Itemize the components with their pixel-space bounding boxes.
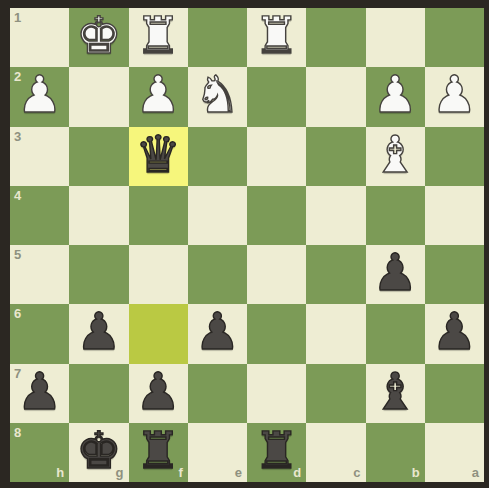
square-e8[interactable]: e — [188, 423, 247, 482]
square-f6[interactable] — [129, 304, 188, 363]
square-h2[interactable]: 2♟ — [10, 67, 69, 126]
square-b6[interactable] — [366, 304, 425, 363]
white-bishop[interactable]: ♝ — [372, 125, 418, 184]
square-b8[interactable]: b — [366, 423, 425, 482]
white-pawn[interactable]: ♟ — [135, 65, 181, 124]
square-a2[interactable]: ♟ — [425, 67, 484, 126]
square-f1[interactable]: ♜ — [129, 8, 188, 67]
square-h1[interactable]: 1 — [10, 8, 69, 67]
white-pawn[interactable]: ♟ — [372, 65, 418, 124]
square-a3[interactable] — [425, 127, 484, 186]
square-g6[interactable]: ♟ — [69, 304, 128, 363]
white-rook[interactable]: ♜ — [254, 6, 300, 65]
square-e4[interactable] — [188, 186, 247, 245]
chess-board: 1♚♜♜2♟♟♞♟♟3♛♝45♟6♟♟♟7♟♟♝8hg♚f♜ed♜cba — [10, 8, 484, 482]
square-e5[interactable] — [188, 245, 247, 304]
white-pawn[interactable]: ♟ — [17, 65, 63, 124]
square-b7[interactable]: ♝ — [366, 364, 425, 423]
square-f7[interactable]: ♟ — [129, 364, 188, 423]
square-g5[interactable] — [69, 245, 128, 304]
square-c1[interactable] — [306, 8, 365, 67]
square-f5[interactable] — [129, 245, 188, 304]
square-b3[interactable]: ♝ — [366, 127, 425, 186]
square-f4[interactable] — [129, 186, 188, 245]
file-label-h: h — [56, 465, 64, 480]
black-rook[interactable]: ♜ — [135, 421, 181, 480]
square-a7[interactable] — [425, 364, 484, 423]
file-label-e: e — [235, 465, 242, 480]
square-d7[interactable] — [247, 364, 306, 423]
square-a5[interactable] — [425, 245, 484, 304]
square-h6[interactable]: 6 — [10, 304, 69, 363]
square-d8[interactable]: d♜ — [247, 423, 306, 482]
square-d2[interactable] — [247, 67, 306, 126]
square-g7[interactable] — [69, 364, 128, 423]
white-king[interactable]: ♚ — [76, 6, 122, 65]
square-e6[interactable]: ♟ — [188, 304, 247, 363]
square-e7[interactable] — [188, 364, 247, 423]
rank-label-5: 5 — [14, 247, 21, 262]
square-h4[interactable]: 4 — [10, 186, 69, 245]
square-g2[interactable] — [69, 67, 128, 126]
square-e2[interactable]: ♞ — [188, 67, 247, 126]
square-c6[interactable] — [306, 304, 365, 363]
square-a1[interactable] — [425, 8, 484, 67]
square-e1[interactable] — [188, 8, 247, 67]
square-h5[interactable]: 5 — [10, 245, 69, 304]
black-pawn[interactable]: ♟ — [432, 302, 478, 361]
black-bishop[interactable]: ♝ — [372, 362, 418, 421]
square-a8[interactable]: a — [425, 423, 484, 482]
square-g3[interactable] — [69, 127, 128, 186]
square-a4[interactable] — [425, 186, 484, 245]
square-f8[interactable]: f♜ — [129, 423, 188, 482]
white-pawn[interactable]: ♟ — [432, 65, 478, 124]
square-c7[interactable] — [306, 364, 365, 423]
rank-label-1: 1 — [14, 10, 21, 25]
square-g8[interactable]: g♚ — [69, 423, 128, 482]
square-e3[interactable] — [188, 127, 247, 186]
square-c2[interactable] — [306, 67, 365, 126]
file-label-b: b — [412, 465, 420, 480]
square-b1[interactable] — [366, 8, 425, 67]
square-c4[interactable] — [306, 186, 365, 245]
black-pawn[interactable]: ♟ — [76, 302, 122, 361]
square-f2[interactable]: ♟ — [129, 67, 188, 126]
square-c5[interactable] — [306, 245, 365, 304]
rank-label-8: 8 — [14, 425, 21, 440]
square-d4[interactable] — [247, 186, 306, 245]
black-pawn[interactable]: ♟ — [17, 362, 63, 421]
square-a6[interactable]: ♟ — [425, 304, 484, 363]
square-g4[interactable] — [69, 186, 128, 245]
square-b2[interactable]: ♟ — [366, 67, 425, 126]
square-d1[interactable]: ♜ — [247, 8, 306, 67]
black-pawn[interactable]: ♟ — [372, 243, 418, 302]
file-label-a: a — [472, 465, 479, 480]
square-d3[interactable] — [247, 127, 306, 186]
black-king[interactable]: ♚ — [76, 421, 122, 480]
square-h8[interactable]: 8h — [10, 423, 69, 482]
chess-board-frame: 1♚♜♜2♟♟♞♟♟3♛♝45♟6♟♟♟7♟♟♝8hg♚f♜ed♜cba — [0, 0, 489, 488]
rank-label-3: 3 — [14, 129, 21, 144]
black-pawn[interactable]: ♟ — [135, 362, 181, 421]
white-knight[interactable]: ♞ — [195, 65, 241, 124]
square-c8[interactable]: c — [306, 423, 365, 482]
square-b5[interactable]: ♟ — [366, 245, 425, 304]
square-d5[interactable] — [247, 245, 306, 304]
square-h3[interactable]: 3 — [10, 127, 69, 186]
black-pawn[interactable]: ♟ — [195, 302, 241, 361]
white-rook[interactable]: ♜ — [135, 6, 181, 65]
file-label-c: c — [353, 465, 360, 480]
black-rook[interactable]: ♜ — [254, 421, 300, 480]
square-g1[interactable]: ♚ — [69, 8, 128, 67]
rank-label-4: 4 — [14, 188, 21, 203]
square-b4[interactable] — [366, 186, 425, 245]
black-queen[interactable]: ♛ — [135, 125, 181, 184]
square-f3[interactable]: ♛ — [129, 127, 188, 186]
square-c3[interactable] — [306, 127, 365, 186]
square-h7[interactable]: 7♟ — [10, 364, 69, 423]
square-d6[interactable] — [247, 304, 306, 363]
rank-label-6: 6 — [14, 306, 21, 321]
